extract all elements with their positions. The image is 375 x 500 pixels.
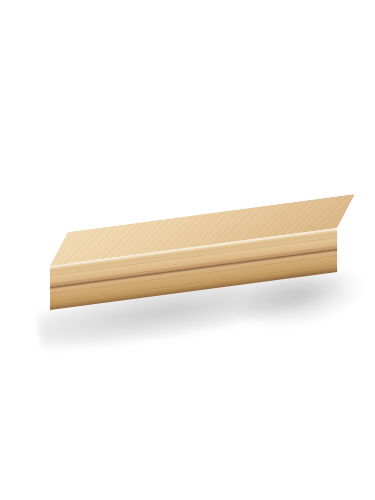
product-photo bbox=[0, 0, 375, 500]
